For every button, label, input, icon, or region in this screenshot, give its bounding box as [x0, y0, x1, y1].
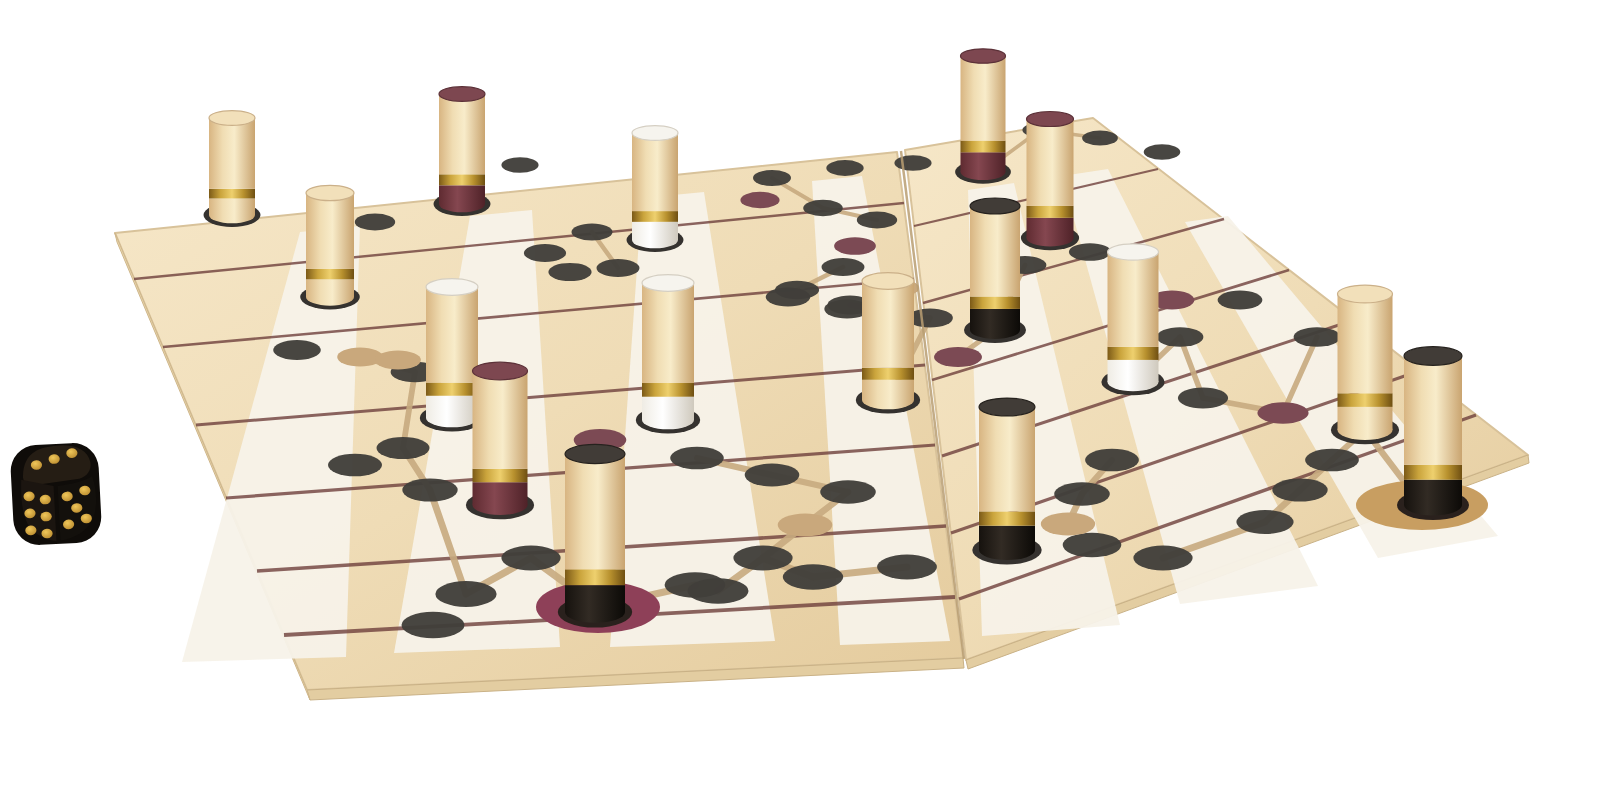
peg-base [1027, 218, 1074, 238]
peg-base [209, 199, 255, 215]
track-spot-maroon[interactable] [1257, 402, 1308, 423]
track-spot-dark[interactable] [524, 244, 566, 262]
track-spot-dark[interactable] [1236, 510, 1293, 534]
peg-cap-black [970, 198, 1020, 214]
peg-body [1404, 356, 1462, 465]
peg-body [1027, 119, 1074, 206]
peg-base [979, 526, 1035, 550]
peg-body [632, 133, 678, 211]
peg-gold-band [979, 511, 1035, 525]
peg-black-2[interactable] [1397, 347, 1469, 520]
peg-cap-black [979, 398, 1035, 416]
track-spot-dark[interactable] [766, 288, 811, 307]
track-spot-dark[interactable] [572, 223, 613, 240]
game-board-svg [0, 0, 1600, 804]
peg-cap-natural [1338, 285, 1393, 303]
peg-base [1108, 360, 1159, 382]
track-spot-dark[interactable] [822, 258, 865, 276]
peg-gold-band [1404, 465, 1462, 480]
peg-body [209, 118, 255, 189]
peg-body [426, 287, 478, 383]
peg-base [970, 309, 1020, 330]
track-spot-dark[interactable] [402, 478, 457, 501]
peg-cap-white [426, 279, 478, 296]
peg-natural-4[interactable] [1331, 285, 1399, 444]
track-spot-dark[interactable] [1085, 449, 1139, 472]
track-spot-maroon[interactable] [934, 347, 982, 367]
track-spot-dark[interactable] [1133, 546, 1192, 571]
track-spot-dark[interactable] [1157, 327, 1204, 347]
peg-body [642, 283, 694, 383]
peg-gold-band [1108, 347, 1159, 360]
peg-maroon-1[interactable] [434, 87, 491, 216]
track-spot-dark[interactable] [733, 546, 792, 571]
track-spot-dark[interactable] [670, 447, 724, 470]
peg-cap-white [1108, 244, 1159, 260]
track-spot-dark[interactable] [501, 157, 538, 173]
peg-body [439, 94, 485, 174]
track-spot-dark[interactable] [402, 612, 465, 638]
peg-gold-band [565, 569, 625, 585]
track-spot-dark[interactable] [1069, 243, 1111, 261]
track-spot-dark[interactable] [548, 263, 591, 281]
peg-white-4[interactable] [1101, 244, 1164, 395]
peg-cap-white [632, 126, 678, 141]
peg-white-1[interactable] [627, 126, 684, 252]
track-spot-dark[interactable] [803, 200, 843, 217]
track-spot-dark[interactable] [753, 170, 791, 186]
track-spot-dark[interactable] [1272, 478, 1327, 501]
peg-gold-band [642, 383, 694, 397]
peg-base [426, 396, 478, 418]
peg-black-3[interactable] [558, 444, 632, 627]
track-spot-dark[interactable] [273, 340, 321, 360]
peg-base [306, 279, 354, 297]
peg-gold-band [306, 269, 354, 279]
peg-maroon-4[interactable] [1021, 111, 1079, 250]
peg-natural-1[interactable] [204, 111, 261, 227]
peg-body [1108, 252, 1159, 347]
peg-base [862, 380, 914, 400]
peg-black-4[interactable] [972, 398, 1041, 565]
track-spot-dark[interactable] [1082, 131, 1118, 146]
peg-cap-natural [862, 273, 914, 290]
peg-maroon-3[interactable] [955, 49, 1011, 184]
peg-maroon-2[interactable] [466, 362, 534, 519]
peg-gold-band [970, 297, 1020, 309]
track-spot-dark[interactable] [1054, 482, 1110, 505]
peg-base [1404, 480, 1462, 505]
track-spot-dark[interactable] [826, 160, 863, 176]
track-spot-dark[interactable] [783, 564, 843, 589]
track-spot-dark[interactable] [1218, 291, 1263, 310]
peg-cap-maroon [473, 362, 528, 380]
track-spot-dark[interactable] [597, 259, 640, 277]
peg-body [565, 454, 625, 569]
track-spot-dark[interactable] [894, 155, 931, 171]
peg-gold-band [209, 189, 255, 199]
track-spot-dark[interactable] [688, 578, 749, 604]
peg-base [565, 585, 625, 612]
track-spot-dark[interactable] [745, 464, 800, 487]
track-spot-tan[interactable] [337, 347, 383, 366]
peg-cap-maroon [439, 87, 485, 102]
track-spot-dark[interactable] [1144, 144, 1181, 159]
peg-cap-maroon [961, 49, 1006, 63]
peg-gold-band [862, 368, 914, 380]
peg-cap-black [1404, 347, 1462, 366]
peg-body [979, 407, 1035, 511]
peg-gold-band [439, 174, 485, 185]
track-spot-dark[interactable] [377, 437, 430, 459]
peg-body [961, 56, 1006, 141]
peg-gold-band [1338, 393, 1393, 407]
peg-cap-maroon [1027, 111, 1074, 126]
peg-cap-white [642, 275, 694, 292]
peg-body [306, 193, 354, 269]
peg-base [632, 222, 678, 240]
scene [0, 0, 1600, 804]
track-spot-dark[interactable] [355, 214, 395, 231]
peg-white-3[interactable] [636, 275, 700, 434]
peg-body [1338, 294, 1393, 393]
die[interactable] [9, 442, 102, 546]
track-spot-tan[interactable] [375, 350, 421, 369]
peg-gold-band [1027, 206, 1074, 218]
track-spot-dark[interactable] [435, 581, 496, 607]
peg-base [439, 185, 485, 204]
peg-natural-3[interactable] [856, 273, 920, 414]
track-spot-maroon[interactable] [834, 237, 876, 255]
peg-cap-natural [209, 111, 255, 126]
peg-base [473, 482, 528, 505]
track-spot-dark[interactable] [1305, 449, 1359, 472]
peg-base [1338, 407, 1393, 430]
peg-cap-natural [306, 185, 354, 200]
peg-cap-black [565, 444, 625, 463]
track-spot-tan[interactable] [778, 514, 833, 537]
track-spot-dark[interactable] [1294, 327, 1341, 347]
peg-body [473, 371, 528, 469]
peg-base [642, 397, 694, 420]
peg-body [862, 281, 914, 368]
peg-body [970, 206, 1020, 297]
track-spot-dark[interactable] [328, 454, 382, 477]
peg-gold-band [426, 383, 478, 396]
peg-black-1[interactable] [964, 198, 1026, 343]
track-spot-dark[interactable] [820, 480, 876, 503]
track-spot-maroon[interactable] [740, 192, 779, 208]
track-spot-dark[interactable] [501, 546, 560, 571]
track-spot-dark[interactable] [1063, 533, 1122, 558]
peg-natural-2[interactable] [300, 185, 360, 309]
track-spot-dark[interactable] [877, 555, 937, 580]
peg-gold-band [473, 469, 528, 482]
peg-gold-band [961, 141, 1006, 153]
track-spot-dark[interactable] [1178, 387, 1228, 408]
track-spot-dark[interactable] [857, 212, 897, 229]
track-spot-tan[interactable] [1041, 513, 1095, 536]
peg-gold-band [632, 211, 678, 222]
peg-base [961, 152, 1006, 172]
